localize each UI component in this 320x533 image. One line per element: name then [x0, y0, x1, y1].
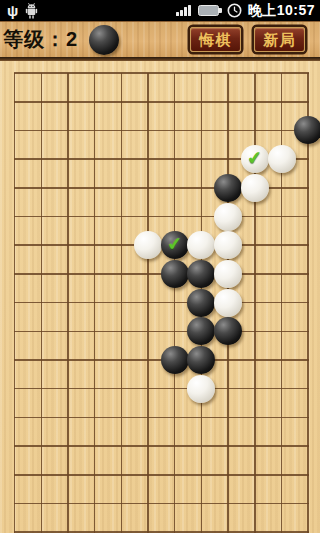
stone-black — [161, 260, 189, 288]
grid-line-horizontal — [14, 445, 309, 447]
grid-line-horizontal — [14, 302, 309, 304]
last-move-check-icon: ✔ — [246, 148, 263, 167]
grid-line-horizontal — [14, 417, 309, 419]
stone-white — [241, 174, 269, 202]
stone-white — [134, 231, 162, 259]
stone-black — [214, 317, 242, 345]
stone-white — [214, 260, 242, 288]
usb-icon: ψ — [7, 3, 18, 18]
status-time: 晚上10:57 — [248, 2, 315, 20]
grid-line-horizontal — [14, 130, 309, 132]
android-icon — [24, 3, 39, 19]
new-game-button[interactable]: 新局 — [254, 27, 305, 52]
stone-black — [187, 289, 215, 317]
grid-line-horizontal — [14, 72, 309, 74]
level-label: 等级：2 — [3, 26, 78, 53]
game-header: 等级：2 悔棋 新局 — [0, 21, 320, 57]
grid-line-horizontal — [14, 474, 309, 476]
grid-line-horizontal — [14, 216, 309, 218]
stone-white — [214, 231, 242, 259]
stone-white — [214, 203, 242, 231]
app-screen: ψ 晚上10:57 等级：2 — [0, 0, 320, 533]
signal-icon — [176, 5, 191, 17]
stone-white — [214, 289, 242, 317]
stone-black — [187, 260, 215, 288]
stone-black — [161, 346, 189, 374]
last-move-check-icon: ✔ — [166, 234, 183, 253]
grid-line-horizontal — [14, 503, 309, 505]
stone-black — [294, 116, 320, 144]
turn-indicator-stone — [89, 25, 119, 55]
battery-icon — [198, 5, 219, 16]
stone-black-last-move: ✔ — [161, 231, 189, 259]
grid-line-horizontal — [14, 101, 309, 103]
clock-icon — [227, 3, 242, 18]
stone-white — [268, 145, 296, 173]
header-buttons: 悔棋 新局 — [190, 27, 320, 52]
stone-white — [187, 231, 215, 259]
grid-line-horizontal — [14, 388, 309, 390]
grid-line-horizontal — [14, 331, 309, 333]
undo-button[interactable]: 悔棋 — [190, 27, 241, 52]
gomoku-board[interactable]: ✔✔ — [0, 61, 320, 533]
stone-white-last-move: ✔ — [241, 145, 269, 173]
stone-black — [187, 346, 215, 374]
stone-black — [214, 174, 242, 202]
status-bar: ψ 晚上10:57 — [0, 0, 320, 21]
stone-black — [187, 317, 215, 345]
stone-white — [187, 375, 215, 403]
